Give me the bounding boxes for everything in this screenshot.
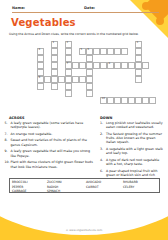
- clue-item: 9.A leafy green vegetable that will make…: [5, 149, 95, 158]
- crossword-cell[interactable]: [51, 48, 58, 55]
- crossword-cell[interactable]: [128, 62, 135, 69]
- across-header: ACROSS: [9, 116, 24, 120]
- grid-clue-number: 9: [39, 77, 41, 80]
- grid-clue-number: 6: [88, 49, 90, 52]
- puzzle-piece-icon: [156, 17, 164, 25]
- crossword-cell[interactable]: [65, 83, 72, 90]
- grid-clue-number: 10: [102, 98, 105, 101]
- crossword-cell[interactable]: 7: [65, 62, 72, 69]
- crossword-cell[interactable]: [142, 62, 149, 69]
- crossword-cell[interactable]: 2: [65, 41, 72, 48]
- word-bank-word: CABBAGE: [12, 189, 26, 193]
- crossword-cell[interactable]: [100, 62, 107, 69]
- crossword-cell[interactable]: [114, 97, 121, 104]
- crossword-cell[interactable]: [37, 55, 44, 62]
- crossword-cell[interactable]: [107, 97, 114, 104]
- clue-item: 10.Plant with dense clusters of tight gr…: [5, 160, 95, 169]
- crossword-cell[interactable]: 1: [51, 41, 58, 48]
- crossword-cell[interactable]: [86, 90, 93, 97]
- clue-item: 5.A leafy green vegetable (some varietie…: [5, 121, 95, 130]
- crossword-cell[interactable]: [86, 69, 93, 76]
- crossword-cell[interactable]: [121, 62, 128, 69]
- crossword-cell[interactable]: [72, 62, 79, 69]
- crossword-cell[interactable]: [135, 69, 142, 76]
- crossword-cell[interactable]: [135, 55, 142, 62]
- crossword-cell[interactable]: [37, 69, 44, 76]
- crossword-cell[interactable]: [135, 76, 142, 83]
- worksheet-page: Name: Date: Vegetables Using the Across …: [0, 0, 168, 240]
- crossword-cell[interactable]: [100, 48, 107, 55]
- crossword-cell[interactable]: [65, 48, 72, 55]
- crossword-cell[interactable]: [51, 62, 58, 69]
- clue-item-text: Sweet and hot varieties of fruits of pla…: [11, 138, 95, 147]
- crossword-cell[interactable]: [128, 97, 135, 104]
- clue-item-text: A vegetable with a light green stalk and…: [106, 147, 164, 156]
- crossword-grid: 12734956810: [37, 41, 163, 104]
- crossword-cell[interactable]: [107, 48, 114, 55]
- copyright-url: © www.engworksheets.com: [0, 229, 168, 232]
- crossword-cell[interactable]: [79, 76, 86, 83]
- clue-item-text: Long pinkish sour leafstalks usually eat…: [106, 121, 164, 130]
- crossword-cell[interactable]: [58, 76, 65, 83]
- grid-clue-number: 8: [109, 63, 111, 66]
- crossword-cell[interactable]: [135, 62, 142, 69]
- crossword-cell[interactable]: [72, 76, 79, 83]
- word-bank-word: PEPPER: [12, 185, 23, 189]
- across-clue-list: 5.A leafy green vegetable (some varietie…: [5, 121, 95, 172]
- name-label: Name:: [12, 6, 25, 10]
- crossword-cell[interactable]: 3: [135, 41, 142, 48]
- crossword-cell[interactable]: [51, 83, 58, 90]
- crossword-cell[interactable]: [44, 76, 51, 83]
- crossword-cell[interactable]: 10: [100, 97, 107, 104]
- crossword-cell[interactable]: [114, 48, 121, 55]
- crossword-cell[interactable]: [51, 69, 58, 76]
- crossword-cell[interactable]: [51, 55, 58, 62]
- crossword-cell[interactable]: [37, 62, 44, 69]
- instructions-text: Using the Across and Down clues, write t…: [9, 32, 161, 36]
- crossword-cell[interactable]: [86, 62, 93, 69]
- crossword-cell[interactable]: [93, 48, 100, 55]
- grid-clue-number: 2: [67, 42, 69, 45]
- word-bank-word: AVOCADO: [86, 180, 101, 184]
- word-bank-word: CELERY: [123, 185, 134, 189]
- date-label: Date:: [84, 6, 95, 10]
- word-bank-word: CARROT: [86, 185, 99, 189]
- crossword-cell[interactable]: [65, 55, 72, 62]
- word-bank-word: SPINACH: [47, 189, 60, 193]
- crossword-cell[interactable]: [135, 48, 142, 55]
- clue-item-text: An orange root vegetable.: [11, 132, 95, 136]
- clue-item: 7.An orange root vegetable.: [5, 132, 95, 136]
- crossword-cell[interactable]: [65, 76, 72, 83]
- clue-item: 3.A vegetable with a light green stalk a…: [100, 147, 164, 156]
- grid-clue-number: 4: [39, 49, 41, 52]
- grid-clue-number: 5: [81, 49, 83, 52]
- grid-clue-number: 1: [53, 42, 55, 45]
- crossword-cell[interactable]: 5: [79, 48, 86, 55]
- crossword-cell[interactable]: [114, 62, 121, 69]
- word-bank-table: BROCCOLIZUCCHINIAVOCADORHUBARBPEPPERRADI…: [9, 178, 160, 193]
- page-title: Vegetables: [11, 17, 76, 28]
- clue-item-text: A leafy green vegetable (some varieties …: [11, 121, 95, 130]
- grid-clue-number: 7: [67, 63, 69, 66]
- clue-item-text: The fastest growing of the summer fruits…: [106, 132, 164, 145]
- word-bank-word: ZUCCHINI: [47, 180, 62, 184]
- crossword-cell[interactable]: [135, 97, 142, 104]
- clue-item-text: A type of dark red root vegetable with a…: [106, 158, 164, 167]
- word-bank-word: RADISH: [47, 185, 58, 189]
- crossword-cell[interactable]: [86, 76, 93, 83]
- word-bank-word: RHUBARB: [123, 180, 138, 184]
- crossword-cell[interactable]: [65, 69, 72, 76]
- clue-item: 8.Sweet and hot varieties of fruits of p…: [5, 138, 95, 147]
- crossword-cell[interactable]: [93, 62, 100, 69]
- clue-item-text: A leafy green vegetable that will make y…: [11, 149, 95, 158]
- puzzle-piece-icon: [142, 2, 150, 10]
- crossword-cell[interactable]: 4: [37, 48, 44, 55]
- clue-item: 1.Long pinkish sour leafstalks usually e…: [100, 121, 164, 130]
- down-header: DOWN: [100, 116, 112, 120]
- crossword-cell[interactable]: 8: [107, 62, 114, 69]
- crossword-cell[interactable]: [121, 48, 128, 55]
- crossword-cell[interactable]: [51, 76, 58, 83]
- crossword-cell[interactable]: 9: [37, 76, 44, 83]
- crossword-cell[interactable]: [121, 97, 128, 104]
- crossword-cell[interactable]: [65, 90, 72, 97]
- clue-item: 2.The fastest growing of the summer frui…: [100, 132, 164, 145]
- clue-item: 4.A type of dark red root vegetable with…: [100, 158, 164, 167]
- clue-item-text: Plant with dense clusters of tight green…: [11, 160, 95, 169]
- grid-clue-number: 3: [137, 42, 139, 45]
- crossword-cell[interactable]: [142, 97, 149, 104]
- word-bank-word: BROCCOLI: [12, 180, 28, 184]
- name-date-writing-line[interactable]: [12, 12, 159, 13]
- crossword-cell[interactable]: [86, 55, 93, 62]
- crossword-cell[interactable]: [149, 97, 156, 104]
- crossword-cell[interactable]: [79, 62, 86, 69]
- crossword-cell[interactable]: [37, 83, 44, 90]
- crossword-cell[interactable]: [86, 83, 93, 90]
- crossword-cell[interactable]: 6: [86, 48, 93, 55]
